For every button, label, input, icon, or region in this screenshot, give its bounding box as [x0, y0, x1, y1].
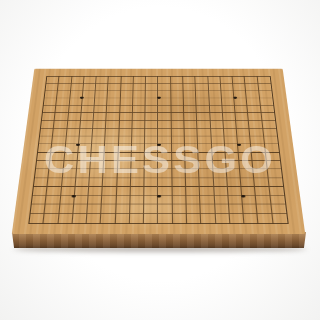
- star-point: [156, 143, 160, 145]
- board-scene: CHESSGO: [0, 0, 320, 320]
- star-points-layer: [28, 76, 288, 224]
- product-photo: CHESSGO: [0, 0, 320, 320]
- star-point: [76, 143, 80, 145]
- go-board: [12, 69, 305, 234]
- board-front-edge: [12, 232, 306, 248]
- star-point: [241, 195, 245, 198]
- star-point: [80, 97, 84, 99]
- star-point: [237, 143, 241, 145]
- star-point: [233, 97, 237, 99]
- star-point: [72, 195, 76, 198]
- star-point: [156, 195, 160, 198]
- star-point: [157, 97, 161, 99]
